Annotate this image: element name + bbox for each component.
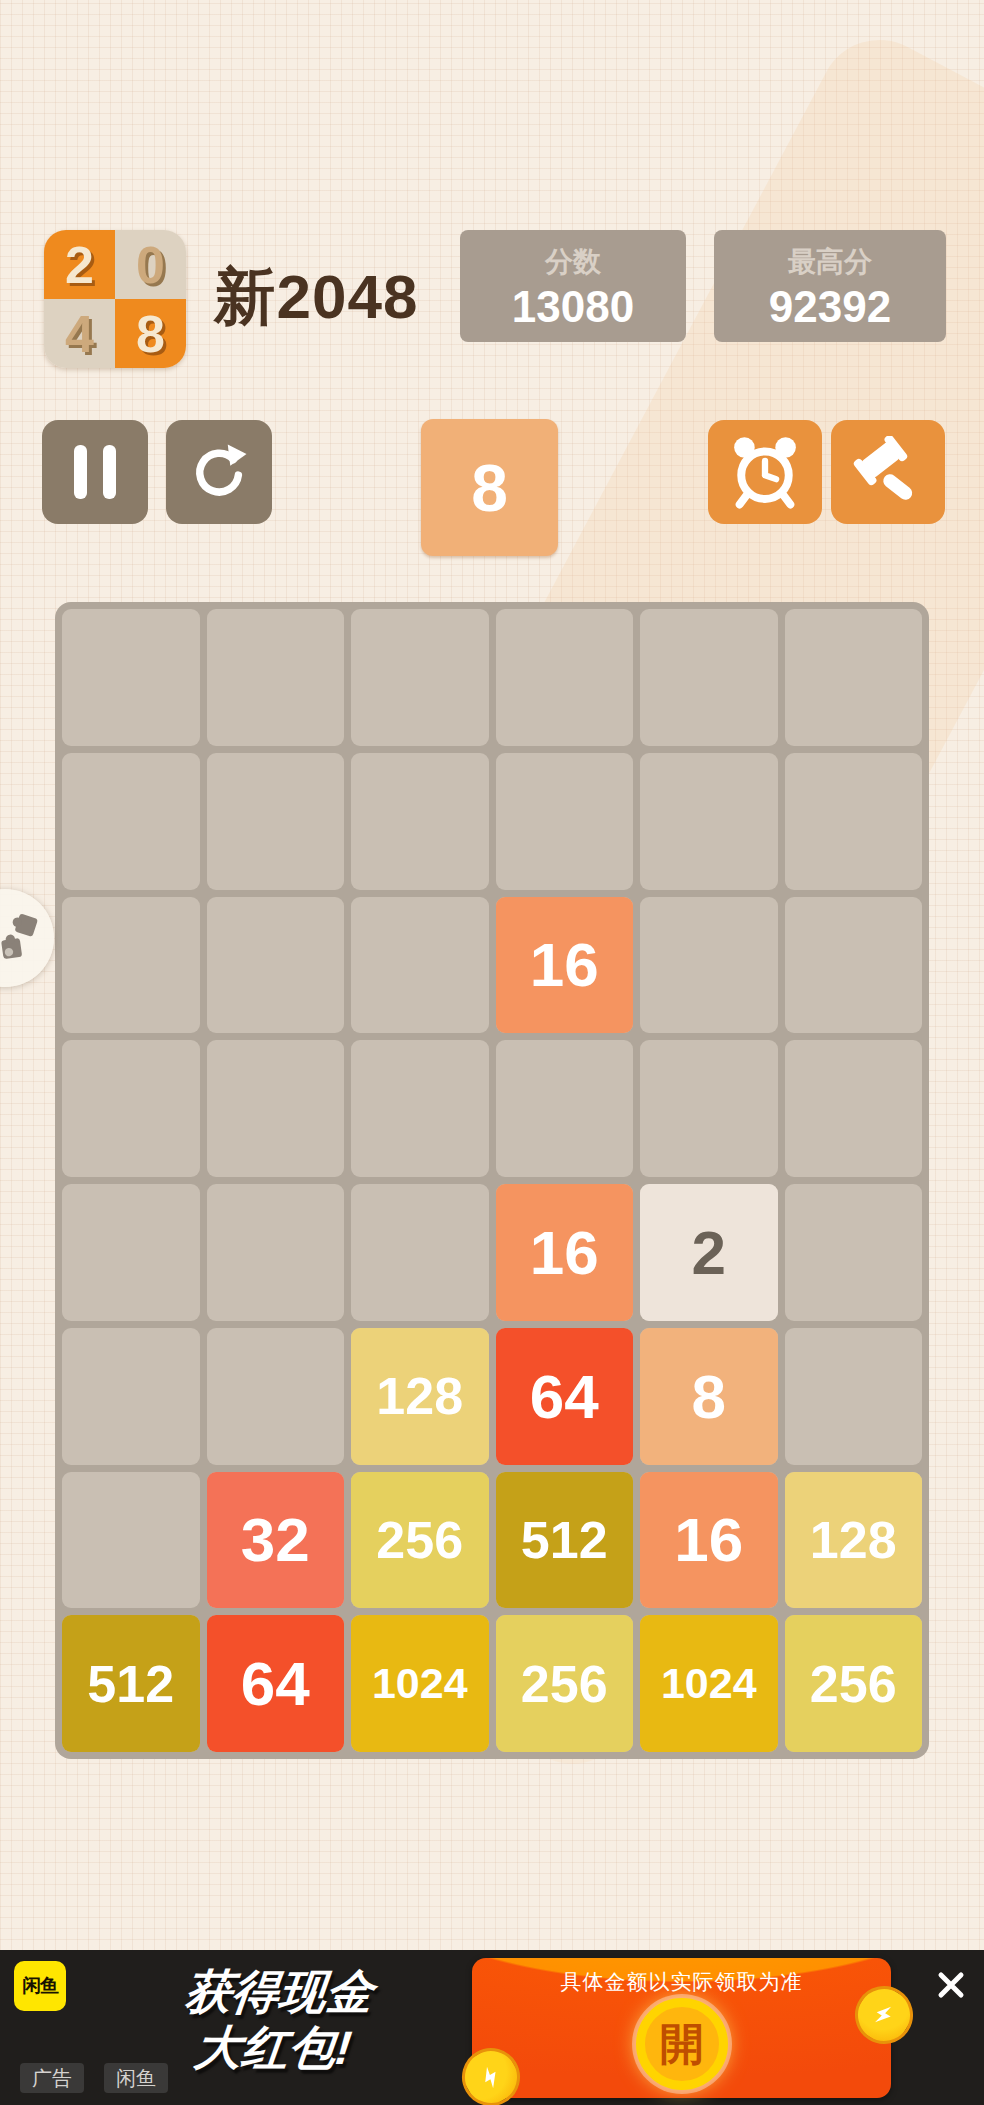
app-logo: 2 0 4 8 <box>44 230 186 368</box>
tile-128: 128 <box>351 1328 489 1465</box>
board-cell: 8 <box>640 1328 778 1465</box>
empty-cell <box>785 609 923 746</box>
empty-cell <box>785 1328 923 1465</box>
hammer-button[interactable] <box>831 420 945 524</box>
xianyu-app-icon[interactable]: 闲鱼 <box>14 1961 66 2011</box>
empty-cell <box>351 753 489 890</box>
empty-cell <box>351 609 489 746</box>
restart-button[interactable] <box>166 420 272 524</box>
pause-icon <box>74 445 116 499</box>
empty-cell <box>207 1040 345 1177</box>
gold-coin-icon <box>451 2037 530 2105</box>
empty-cell <box>207 1184 345 1321</box>
empty-cell <box>62 609 200 746</box>
tile-64: 64 <box>496 1328 634 1465</box>
tile-1024: 1024 <box>351 1615 489 1752</box>
empty-cell <box>62 1328 200 1465</box>
ad-headline: 获得现金 大红包! <box>112 1964 440 2076</box>
empty-cell <box>640 753 778 890</box>
open-red-packet-button[interactable]: 開 <box>636 1998 728 2090</box>
empty-cell <box>496 1040 634 1177</box>
board-cell: 512 <box>62 1615 200 1752</box>
close-icon <box>934 1968 968 2002</box>
board-cell: 2 <box>640 1184 778 1321</box>
empty-cell <box>640 1040 778 1177</box>
logo-tile-2: 2 <box>44 230 115 299</box>
empty-cell <box>351 1040 489 1177</box>
hammer-icon <box>852 436 924 508</box>
empty-cell <box>640 609 778 746</box>
board-cell: 128 <box>785 1472 923 1609</box>
tile-32: 32 <box>207 1472 345 1609</box>
restart-icon <box>189 442 249 502</box>
ad-headline-line1: 获得现金 <box>118 1964 440 2020</box>
empty-cell <box>496 609 634 746</box>
empty-cell <box>640 897 778 1034</box>
tile-64: 64 <box>207 1615 345 1752</box>
empty-cell <box>62 753 200 890</box>
board-cell: 16 <box>496 1184 634 1321</box>
board-cell: 16 <box>496 897 634 1034</box>
tile-256: 256 <box>785 1615 923 1752</box>
best-score-value: 92392 <box>714 285 946 329</box>
score-label: 分数 <box>460 243 686 281</box>
tile-256: 256 <box>351 1472 489 1609</box>
score-box: 分数 13080 <box>460 230 686 342</box>
board-cell: 128 <box>351 1328 489 1465</box>
alarm-clock-icon <box>727 434 803 510</box>
pause-button[interactable] <box>42 420 148 524</box>
next-tile-preview: 8 <box>421 419 558 556</box>
tile-128: 128 <box>785 1472 923 1609</box>
empty-cell <box>207 753 345 890</box>
tile-512: 512 <box>496 1472 634 1609</box>
best-score-label: 最高分 <box>714 243 946 281</box>
tile-8: 8 <box>640 1328 778 1465</box>
empty-cell <box>62 1184 200 1321</box>
floating-games-widget[interactable] <box>0 889 54 987</box>
empty-cell <box>785 753 923 890</box>
board-cell: 64 <box>207 1615 345 1752</box>
board-cell: 256 <box>496 1615 634 1752</box>
board-cell: 32 <box>207 1472 345 1609</box>
board-cell: 1024 <box>351 1615 489 1752</box>
empty-cell <box>207 609 345 746</box>
empty-cell <box>62 897 200 1034</box>
game-screen: 2 0 4 8 新2048 分数 13080 最高分 92392 8 <box>0 0 984 2105</box>
tile-1024: 1024 <box>640 1615 778 1752</box>
empty-cell <box>207 1328 345 1465</box>
board-cell: 1024 <box>640 1615 778 1752</box>
page-title: 新2048 <box>196 258 436 336</box>
tile-2: 2 <box>640 1184 778 1321</box>
score-value: 13080 <box>460 285 686 329</box>
board-cell: 512 <box>496 1472 634 1609</box>
ad-close-button[interactable] <box>930 1964 972 2006</box>
red-packet-card[interactable]: 具体金额以实际领取为准 開 <box>472 1958 891 2098</box>
tile-16: 16 <box>640 1472 778 1609</box>
board-cell: 256 <box>351 1472 489 1609</box>
tile-256: 256 <box>496 1615 634 1752</box>
empty-cell <box>207 897 345 1034</box>
empty-cell <box>785 897 923 1034</box>
empty-cell <box>785 1184 923 1321</box>
puzzle-icon <box>0 913 46 963</box>
red-packet-disclaimer: 具体金额以实际领取为准 <box>472 1968 891 1996</box>
ad-brand-label: 闲鱼 <box>104 2063 168 2093</box>
empty-cell <box>351 897 489 1034</box>
ad-banner[interactable]: 闲鱼 获得现金 大红包! 具体金额以实际领取为准 開 广告 闲鱼 <box>0 1950 984 2105</box>
empty-cell <box>785 1040 923 1177</box>
tile-16: 16 <box>496 1184 634 1321</box>
logo-tile-4: 4 <box>44 299 115 368</box>
board-grid[interactable]: 1616212864832256512161285126410242561024… <box>55 602 929 1759</box>
board-cell: 256 <box>785 1615 923 1752</box>
empty-cell <box>351 1184 489 1321</box>
best-score-box: 最高分 92392 <box>714 230 946 342</box>
empty-cell <box>62 1472 200 1609</box>
board-cell: 16 <box>640 1472 778 1609</box>
ad-tag-label: 广告 <box>20 2063 84 2093</box>
tile-16: 16 <box>496 897 634 1034</box>
empty-cell <box>496 753 634 890</box>
timer-button[interactable] <box>708 420 822 524</box>
logo-tile-0: 0 <box>115 230 186 299</box>
empty-cell <box>62 1040 200 1177</box>
tile-512: 512 <box>62 1615 200 1752</box>
logo-tile-8: 8 <box>115 299 186 368</box>
board-cell: 64 <box>496 1328 634 1465</box>
